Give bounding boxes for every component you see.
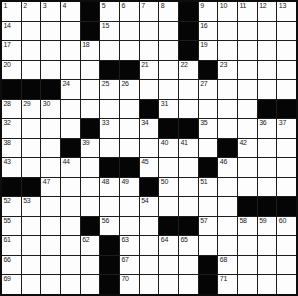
cell-r2c9[interactable]	[159, 22, 178, 41]
cell-r1c9[interactable]: 8	[159, 2, 178, 21]
crossword-grid: 1234567891011121314151617181920212223242…	[0, 0, 298, 296]
cell-r6c12[interactable]	[218, 100, 237, 119]
cell-r10c7[interactable]: 49	[120, 178, 139, 197]
cell-r14c7[interactable]: 67	[120, 256, 139, 275]
clue-number-55: 55	[4, 217, 11, 225]
clue-number-38: 38	[4, 139, 11, 147]
cell-r3c7[interactable]	[120, 41, 139, 60]
black-cell-r14c11	[199, 256, 218, 275]
black-cell-r5c1	[2, 80, 21, 99]
cell-r10c11[interactable]: 51	[199, 178, 218, 197]
black-cell-r15c11	[199, 275, 218, 294]
clue-number-14: 14	[4, 22, 11, 30]
cell-r10c14[interactable]	[258, 178, 277, 197]
black-cell-r5c2	[22, 80, 41, 99]
clue-number-28: 28	[4, 100, 11, 108]
cell-r5c8[interactable]	[140, 80, 159, 99]
clue-number-17: 17	[4, 41, 11, 49]
cell-r2c11[interactable]: 16	[199, 22, 218, 41]
cell-r13c4[interactable]	[61, 236, 80, 255]
cell-r5c15[interactable]	[277, 80, 296, 99]
black-cell-r2c10	[179, 22, 198, 41]
black-cell-r12c10	[179, 217, 198, 236]
cell-r9c8[interactable]: 45	[140, 158, 159, 177]
cell-r13c12[interactable]	[218, 236, 237, 255]
cell-r14c12[interactable]: 68	[218, 256, 237, 275]
cell-r4c1[interactable]: 20	[2, 61, 21, 80]
black-cell-r5c3	[41, 80, 60, 99]
cell-r13c8[interactable]	[140, 236, 159, 255]
black-cell-r15c6	[100, 275, 119, 294]
cell-r3c12[interactable]	[218, 41, 237, 60]
cell-r15c7[interactable]: 70	[120, 275, 139, 294]
cell-r3c5[interactable]: 18	[81, 41, 100, 60]
cell-r8c13[interactable]: 42	[238, 139, 257, 158]
black-cell-r7c9	[159, 119, 178, 138]
cell-r10c4[interactable]	[61, 178, 80, 197]
cell-r8c6[interactable]	[100, 139, 119, 158]
cell-r6c2[interactable]: 29	[22, 100, 41, 119]
cell-r13c5[interactable]: 62	[81, 236, 100, 255]
black-cell-r8c4	[61, 139, 80, 158]
clue-number-31: 31	[161, 100, 168, 108]
cell-r15c14[interactable]	[258, 275, 277, 294]
cell-r14c2[interactable]	[22, 256, 41, 275]
clue-number-63: 63	[121, 236, 128, 244]
cell-r6c5[interactable]	[81, 100, 100, 119]
black-cell-r10c8	[140, 178, 159, 197]
cell-r15c15[interactable]	[277, 275, 296, 294]
clue-number-49: 49	[121, 178, 128, 186]
cell-r6c11[interactable]	[199, 100, 218, 119]
clue-number-48: 48	[102, 178, 109, 186]
black-cell-r4c7	[120, 61, 139, 80]
clue-number-64: 64	[161, 236, 168, 244]
cell-r12c1[interactable]: 55	[2, 217, 21, 236]
clue-number-43: 43	[4, 158, 11, 166]
black-cell-r4c11	[199, 61, 218, 80]
cell-r14c8[interactable]	[140, 256, 159, 275]
cell-r11c7[interactable]	[120, 197, 139, 216]
cell-r1c3[interactable]: 3	[41, 2, 60, 21]
cell-r15c8[interactable]	[140, 275, 159, 294]
clue-number-42: 42	[239, 139, 246, 147]
cell-r12c11[interactable]: 57	[199, 217, 218, 236]
clue-number-47: 47	[43, 178, 50, 186]
cell-r6c4[interactable]	[61, 100, 80, 119]
cell-r8c10[interactable]: 41	[179, 139, 198, 158]
cell-r2c12[interactable]	[218, 22, 237, 41]
clue-number-66: 66	[4, 256, 11, 264]
clue-number-27: 27	[200, 80, 207, 88]
clue-number-68: 68	[220, 256, 227, 264]
cell-r4c12[interactable]: 23	[218, 61, 237, 80]
clue-number-30: 30	[43, 100, 50, 108]
cell-r12c4[interactable]	[61, 217, 80, 236]
cell-r1c12[interactable]: 10	[218, 2, 237, 21]
cell-r15c9[interactable]	[159, 275, 178, 294]
cell-r9c2[interactable]	[22, 158, 41, 177]
black-cell-r11c15	[277, 197, 296, 216]
clue-number-12: 12	[259, 2, 266, 10]
clue-number-60: 60	[279, 217, 286, 225]
black-cell-r12c5	[81, 217, 100, 236]
black-cell-r13c6	[100, 236, 119, 255]
cell-r3c1[interactable]: 17	[2, 41, 21, 60]
clue-number-59: 59	[259, 217, 266, 225]
cell-r13c2[interactable]	[22, 236, 41, 255]
cell-r5c7[interactable]: 26	[120, 80, 139, 99]
cell-r2c14[interactable]	[258, 22, 277, 41]
clue-number-23: 23	[220, 61, 227, 69]
cell-r7c6[interactable]: 33	[100, 119, 119, 138]
cell-r4c2[interactable]	[22, 61, 41, 80]
cell-r5c12[interactable]	[218, 80, 237, 99]
black-cell-r3c10	[179, 41, 198, 60]
clue-number-5: 5	[102, 2, 106, 10]
cell-r11c10[interactable]	[179, 197, 198, 216]
cell-r9c10[interactable]	[179, 158, 198, 177]
cell-r3c11[interactable]: 19	[199, 41, 218, 60]
black-cell-r11c13	[238, 197, 257, 216]
cell-r4c8[interactable]: 21	[140, 61, 159, 80]
clue-number-36: 36	[259, 119, 266, 127]
cell-r9c13[interactable]	[238, 158, 257, 177]
cell-r7c13[interactable]	[238, 119, 257, 138]
black-cell-r6c8	[140, 100, 159, 119]
clue-number-35: 35	[200, 119, 207, 127]
clue-number-61: 61	[4, 236, 11, 244]
cell-r11c1[interactable]: 52	[2, 197, 21, 216]
clue-number-57: 57	[200, 217, 207, 225]
black-cell-r10c1	[2, 178, 21, 197]
cell-r13c9[interactable]: 64	[159, 236, 178, 255]
cell-r7c8[interactable]: 34	[140, 119, 159, 138]
cell-r9c15[interactable]	[277, 158, 296, 177]
cell-r9c1[interactable]: 43	[2, 158, 21, 177]
cell-r3c3[interactable]	[41, 41, 60, 60]
cell-r3c4[interactable]	[61, 41, 80, 60]
cell-r10c15[interactable]	[277, 178, 296, 197]
cell-r9c14[interactable]	[258, 158, 277, 177]
clue-number-37: 37	[279, 119, 286, 127]
cell-r3c2[interactable]	[22, 41, 41, 60]
cell-r13c10[interactable]: 65	[179, 236, 198, 255]
cell-r6c1[interactable]: 28	[2, 100, 21, 119]
clue-number-29: 29	[23, 100, 30, 108]
cell-r4c3[interactable]	[41, 61, 60, 80]
cell-r3c8[interactable]	[140, 41, 159, 60]
cell-r6c3[interactable]: 30	[41, 100, 60, 119]
black-cell-r1c10	[179, 2, 198, 21]
cell-r5c10[interactable]	[179, 80, 198, 99]
cell-r14c10[interactable]	[179, 256, 198, 275]
cell-r2c15[interactable]	[277, 22, 296, 41]
cell-r9c3[interactable]	[41, 158, 60, 177]
cell-r3c14[interactable]	[258, 41, 277, 60]
cell-r2c7[interactable]	[120, 22, 139, 41]
cell-r14c3[interactable]	[41, 256, 60, 275]
clue-number-53: 53	[23, 197, 30, 205]
cell-r4c13[interactable]	[238, 61, 257, 80]
cell-r1c2[interactable]: 2	[22, 2, 41, 21]
cell-r2c13[interactable]	[238, 22, 257, 41]
cell-r4c5[interactable]	[81, 61, 100, 80]
cell-r8c3[interactable]	[41, 139, 60, 158]
clue-number-8: 8	[161, 2, 165, 10]
cell-r1c8[interactable]: 7	[140, 2, 159, 21]
cell-r8c15[interactable]	[277, 139, 296, 158]
cell-r15c1[interactable]: 69	[2, 275, 21, 294]
cell-r3c15[interactable]	[277, 41, 296, 60]
cell-r1c11[interactable]: 9	[199, 2, 218, 21]
clue-number-56: 56	[102, 217, 109, 225]
cell-r1c13[interactable]: 11	[238, 2, 257, 21]
cell-r6c9[interactable]: 31	[159, 100, 178, 119]
cell-r8c2[interactable]	[22, 139, 41, 158]
cell-r12c2[interactable]	[22, 217, 41, 236]
cell-r13c15[interactable]	[277, 236, 296, 255]
cell-r5c11[interactable]: 27	[199, 80, 218, 99]
cell-r8c11[interactable]	[199, 139, 218, 158]
cell-r15c3[interactable]	[41, 275, 60, 294]
cell-r5c9[interactable]	[159, 80, 178, 99]
black-cell-r6c14	[258, 100, 277, 119]
cell-r12c6[interactable]: 56	[100, 217, 119, 236]
cell-r6c13[interactable]	[238, 100, 257, 119]
black-cell-r1c5	[81, 2, 100, 21]
cell-r7c3[interactable]	[41, 119, 60, 138]
cell-r10c9[interactable]: 50	[159, 178, 178, 197]
clue-number-19: 19	[200, 41, 207, 49]
cell-r8c8[interactable]	[140, 139, 159, 158]
cell-r5c13[interactable]	[238, 80, 257, 99]
cell-r12c13[interactable]: 58	[238, 217, 257, 236]
cell-r13c11[interactable]	[199, 236, 218, 255]
cell-r10c10[interactable]	[179, 178, 198, 197]
cell-r6c10[interactable]	[179, 100, 198, 119]
black-cell-r12c9	[159, 217, 178, 236]
cell-r15c10[interactable]	[179, 275, 198, 294]
cell-r10c5[interactable]	[81, 178, 100, 197]
black-cell-r9c11	[199, 158, 218, 177]
cell-r2c2[interactable]	[22, 22, 41, 41]
clue-number-13: 13	[279, 2, 286, 10]
cell-r15c4[interactable]	[61, 275, 80, 294]
cell-r3c6[interactable]	[100, 41, 119, 60]
cell-r13c3[interactable]	[41, 236, 60, 255]
clue-number-54: 54	[141, 197, 148, 205]
black-cell-r9c7	[120, 158, 139, 177]
black-cell-r8c12	[218, 139, 237, 158]
clue-number-65: 65	[180, 236, 187, 244]
cell-r14c15[interactable]	[277, 256, 296, 275]
cell-r9c9[interactable]	[159, 158, 178, 177]
cell-r14c13[interactable]	[238, 256, 257, 275]
cell-r11c11[interactable]	[199, 197, 218, 216]
cell-r1c15[interactable]: 13	[277, 2, 296, 21]
black-cell-r10c2	[22, 178, 41, 197]
cell-r12c8[interactable]	[140, 217, 159, 236]
clue-number-4: 4	[62, 2, 66, 10]
clue-number-32: 32	[4, 119, 11, 127]
cell-r3c9[interactable]	[159, 41, 178, 60]
cell-r7c4[interactable]	[61, 119, 80, 138]
cell-r4c4[interactable]	[61, 61, 80, 80]
cell-r2c1[interactable]: 14	[2, 22, 21, 41]
black-cell-r11c14	[258, 197, 277, 216]
cell-r13c1[interactable]: 61	[2, 236, 21, 255]
cell-r13c14[interactable]	[258, 236, 277, 255]
black-cell-r9c6	[100, 158, 119, 177]
clue-number-44: 44	[62, 158, 69, 166]
clue-number-52: 52	[4, 197, 11, 205]
clue-number-58: 58	[239, 217, 246, 225]
cell-r5c5[interactable]	[81, 80, 100, 99]
black-cell-r7c10	[179, 119, 198, 138]
cell-r11c3[interactable]	[41, 197, 60, 216]
cell-r14c9[interactable]	[159, 256, 178, 275]
clue-number-9: 9	[200, 2, 204, 10]
cell-r12c3[interactable]	[41, 217, 60, 236]
clue-number-26: 26	[121, 80, 128, 88]
clue-number-15: 15	[102, 22, 109, 30]
cell-r5c4[interactable]: 24	[61, 80, 80, 99]
cell-r2c4[interactable]	[61, 22, 80, 41]
cell-r9c12[interactable]: 46	[218, 158, 237, 177]
clue-number-21: 21	[141, 61, 148, 69]
cell-r4c14[interactable]	[258, 61, 277, 80]
clue-number-6: 6	[121, 2, 125, 10]
clue-number-2: 2	[23, 2, 27, 10]
clue-number-41: 41	[180, 139, 187, 147]
cell-r1c6[interactable]: 5	[100, 2, 119, 21]
cell-r12c12[interactable]	[218, 217, 237, 236]
clue-number-25: 25	[102, 80, 109, 88]
cell-r2c8[interactable]	[140, 22, 159, 41]
cell-r8c14[interactable]	[258, 139, 277, 158]
cell-r11c4[interactable]	[61, 197, 80, 216]
cell-r10c13[interactable]	[238, 178, 257, 197]
clue-number-22: 22	[180, 61, 187, 69]
cell-r10c3[interactable]: 47	[41, 178, 60, 197]
cell-r2c3[interactable]	[41, 22, 60, 41]
cell-r5c14[interactable]	[258, 80, 277, 99]
cell-r10c6[interactable]: 48	[100, 178, 119, 197]
cell-r10c12[interactable]	[218, 178, 237, 197]
cell-r7c1[interactable]: 32	[2, 119, 21, 138]
cell-r5c6[interactable]: 25	[100, 80, 119, 99]
cell-r1c14[interactable]: 12	[258, 2, 277, 21]
black-cell-r2c5	[81, 22, 100, 41]
clue-number-69: 69	[4, 275, 11, 283]
clue-number-7: 7	[141, 2, 145, 10]
black-cell-r4c6	[100, 61, 119, 80]
clue-number-33: 33	[102, 119, 109, 127]
cell-r11c6[interactable]	[100, 197, 119, 216]
cell-r14c5[interactable]	[81, 256, 100, 275]
clue-number-45: 45	[141, 158, 148, 166]
clue-number-16: 16	[200, 22, 207, 30]
clue-number-18: 18	[82, 41, 89, 49]
cell-r7c11[interactable]: 35	[199, 119, 218, 138]
cell-r11c2[interactable]: 53	[22, 197, 41, 216]
clue-number-39: 39	[82, 139, 89, 147]
cell-r1c7[interactable]: 6	[120, 2, 139, 21]
black-cell-r6c15	[277, 100, 296, 119]
cell-r8c1[interactable]: 38	[2, 139, 21, 158]
black-cell-r7c5	[81, 119, 100, 138]
cell-r14c14[interactable]	[258, 256, 277, 275]
cell-r8c7[interactable]	[120, 139, 139, 158]
cell-r8c5[interactable]: 39	[81, 139, 100, 158]
clue-number-46: 46	[220, 158, 227, 166]
black-cell-r14c6	[100, 256, 119, 275]
cell-r7c15[interactable]: 37	[277, 119, 296, 138]
cell-r11c9[interactable]	[159, 197, 178, 216]
clue-number-62: 62	[82, 236, 89, 244]
cell-r11c8[interactable]: 54	[140, 197, 159, 216]
cell-r4c15[interactable]	[277, 61, 296, 80]
clue-number-11: 11	[239, 2, 246, 10]
cell-r7c14[interactable]: 36	[258, 119, 277, 138]
cell-r14c1[interactable]: 66	[2, 256, 21, 275]
cell-r1c1[interactable]: 1	[2, 2, 21, 21]
cell-r15c12[interactable]: 71	[218, 275, 237, 294]
cell-r7c12[interactable]	[218, 119, 237, 138]
cell-r4c10[interactable]: 22	[179, 61, 198, 80]
cell-r14c4[interactable]	[61, 256, 80, 275]
cell-r15c2[interactable]	[22, 275, 41, 294]
clue-number-67: 67	[121, 256, 128, 264]
clue-number-3: 3	[43, 2, 47, 10]
clue-number-71: 71	[220, 275, 227, 283]
cell-r7c2[interactable]	[22, 119, 41, 138]
clue-number-51: 51	[200, 178, 207, 186]
cell-r12c14[interactable]: 59	[258, 217, 277, 236]
cell-r11c5[interactable]	[81, 197, 100, 216]
cell-r6c6[interactable]	[100, 100, 119, 119]
cell-r15c5[interactable]	[81, 275, 100, 294]
clue-number-50: 50	[161, 178, 168, 186]
clue-number-24: 24	[62, 80, 69, 88]
cell-r11c12[interactable]	[218, 197, 237, 216]
cell-r9c5[interactable]	[81, 158, 100, 177]
clue-number-10: 10	[220, 2, 227, 10]
clue-number-70: 70	[121, 275, 128, 283]
clue-number-1: 1	[4, 2, 8, 10]
clue-number-34: 34	[141, 119, 148, 127]
cell-r4c9[interactable]	[159, 61, 178, 80]
cell-r7c7[interactable]	[120, 119, 139, 138]
cell-r12c7[interactable]	[120, 217, 139, 236]
cell-r12c15[interactable]: 60	[277, 217, 296, 236]
cell-r2c6[interactable]: 15	[100, 22, 119, 41]
cell-r15c13[interactable]	[238, 275, 257, 294]
cell-r13c7[interactable]: 63	[120, 236, 139, 255]
cell-r6c7[interactable]	[120, 100, 139, 119]
cell-r8c9[interactable]: 40	[159, 139, 178, 158]
clue-number-20: 20	[4, 61, 11, 69]
cell-r3c13[interactable]	[238, 41, 257, 60]
cell-r13c13[interactable]	[238, 236, 257, 255]
clue-number-40: 40	[161, 139, 168, 147]
cell-r9c4[interactable]: 44	[61, 158, 80, 177]
cell-r1c4[interactable]: 4	[61, 2, 80, 21]
